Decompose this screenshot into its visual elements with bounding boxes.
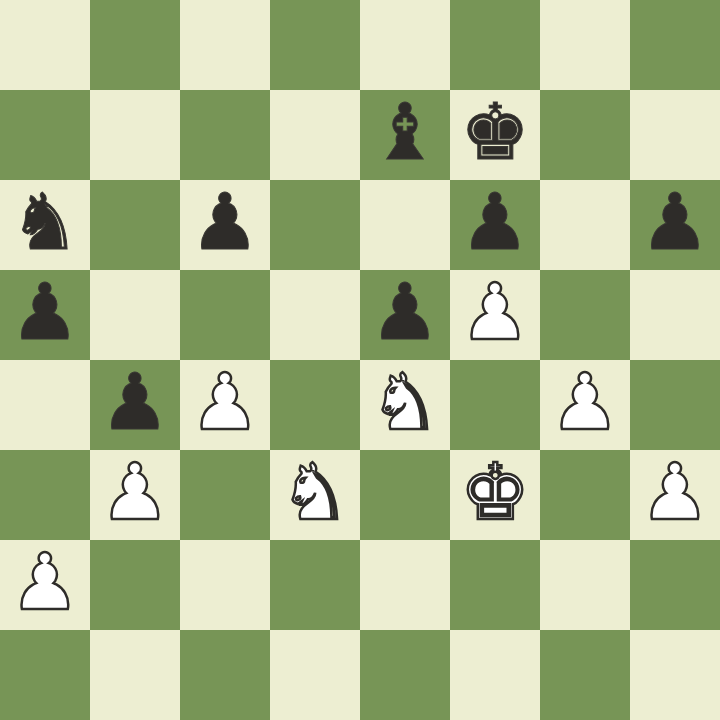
square-b3[interactable]: ♟	[90, 450, 180, 540]
square-a6[interactable]: ♞	[0, 180, 90, 270]
square-c1[interactable]	[180, 630, 270, 720]
square-a1[interactable]	[0, 630, 90, 720]
square-b7[interactable]	[90, 90, 180, 180]
square-c7[interactable]	[180, 90, 270, 180]
white-pawn[interactable]: ♟	[190, 360, 260, 447]
white-knight[interactable]: ♞	[370, 360, 440, 447]
square-b5[interactable]	[90, 270, 180, 360]
square-g5[interactable]	[540, 270, 630, 360]
square-f2[interactable]	[450, 540, 540, 630]
black-pawn[interactable]: ♟	[100, 360, 170, 447]
square-h3[interactable]: ♟	[630, 450, 720, 540]
square-e3[interactable]	[360, 450, 450, 540]
square-d3[interactable]: ♞	[270, 450, 360, 540]
square-h6[interactable]: ♟	[630, 180, 720, 270]
square-h7[interactable]	[630, 90, 720, 180]
square-c3[interactable]	[180, 450, 270, 540]
square-b2[interactable]	[90, 540, 180, 630]
square-f3[interactable]: ♚	[450, 450, 540, 540]
square-d4[interactable]	[270, 360, 360, 450]
square-a5[interactable]: ♟	[0, 270, 90, 360]
square-b6[interactable]	[90, 180, 180, 270]
white-king[interactable]: ♚	[460, 450, 530, 537]
square-b1[interactable]	[90, 630, 180, 720]
square-g6[interactable]	[540, 180, 630, 270]
black-knight[interactable]: ♞	[10, 180, 80, 267]
square-d2[interactable]	[270, 540, 360, 630]
square-f8[interactable]	[450, 0, 540, 90]
black-pawn[interactable]: ♟	[370, 270, 440, 357]
square-g3[interactable]	[540, 450, 630, 540]
square-g4[interactable]: ♟	[540, 360, 630, 450]
square-h2[interactable]	[630, 540, 720, 630]
square-e1[interactable]	[360, 630, 450, 720]
square-h8[interactable]	[630, 0, 720, 90]
square-h1[interactable]	[630, 630, 720, 720]
square-h5[interactable]	[630, 270, 720, 360]
square-a4[interactable]	[0, 360, 90, 450]
square-e6[interactable]	[360, 180, 450, 270]
white-pawn[interactable]: ♟	[10, 540, 80, 627]
square-a3[interactable]	[0, 450, 90, 540]
white-pawn[interactable]: ♟	[550, 360, 620, 447]
square-f1[interactable]	[450, 630, 540, 720]
square-c8[interactable]	[180, 0, 270, 90]
white-pawn[interactable]: ♟	[100, 450, 170, 537]
square-h4[interactable]	[630, 360, 720, 450]
square-e7[interactable]: ♝	[360, 90, 450, 180]
square-d7[interactable]	[270, 90, 360, 180]
black-pawn[interactable]: ♟	[190, 180, 260, 267]
square-d6[interactable]	[270, 180, 360, 270]
square-c6[interactable]: ♟	[180, 180, 270, 270]
square-c2[interactable]	[180, 540, 270, 630]
square-d5[interactable]	[270, 270, 360, 360]
chess-board-container: ♝♚♞♟♟♟♟♟♟♟♟♞♟♟♞♚♟♟	[0, 0, 720, 720]
square-f7[interactable]: ♚	[450, 90, 540, 180]
square-a2[interactable]: ♟	[0, 540, 90, 630]
square-b4[interactable]: ♟	[90, 360, 180, 450]
white-pawn[interactable]: ♟	[460, 270, 530, 357]
square-f4[interactable]	[450, 360, 540, 450]
square-d1[interactable]	[270, 630, 360, 720]
chess-board: ♝♚♞♟♟♟♟♟♟♟♟♞♟♟♞♚♟♟	[0, 0, 720, 720]
square-g7[interactable]	[540, 90, 630, 180]
white-knight[interactable]: ♞	[280, 450, 350, 537]
square-a8[interactable]	[0, 0, 90, 90]
square-f5[interactable]: ♟	[450, 270, 540, 360]
square-c5[interactable]	[180, 270, 270, 360]
square-g8[interactable]	[540, 0, 630, 90]
black-pawn[interactable]: ♟	[640, 180, 710, 267]
black-king[interactable]: ♚	[460, 90, 530, 177]
black-bishop[interactable]: ♝	[370, 90, 440, 177]
square-g2[interactable]	[540, 540, 630, 630]
square-e5[interactable]: ♟	[360, 270, 450, 360]
square-e2[interactable]	[360, 540, 450, 630]
square-a7[interactable]	[0, 90, 90, 180]
black-pawn[interactable]: ♟	[460, 180, 530, 267]
white-pawn[interactable]: ♟	[640, 450, 710, 537]
square-f6[interactable]: ♟	[450, 180, 540, 270]
square-c4[interactable]: ♟	[180, 360, 270, 450]
square-e8[interactable]	[360, 0, 450, 90]
square-e4[interactable]: ♞	[360, 360, 450, 450]
square-b8[interactable]	[90, 0, 180, 90]
square-g1[interactable]	[540, 630, 630, 720]
square-d8[interactable]	[270, 0, 360, 90]
black-pawn[interactable]: ♟	[10, 270, 80, 357]
